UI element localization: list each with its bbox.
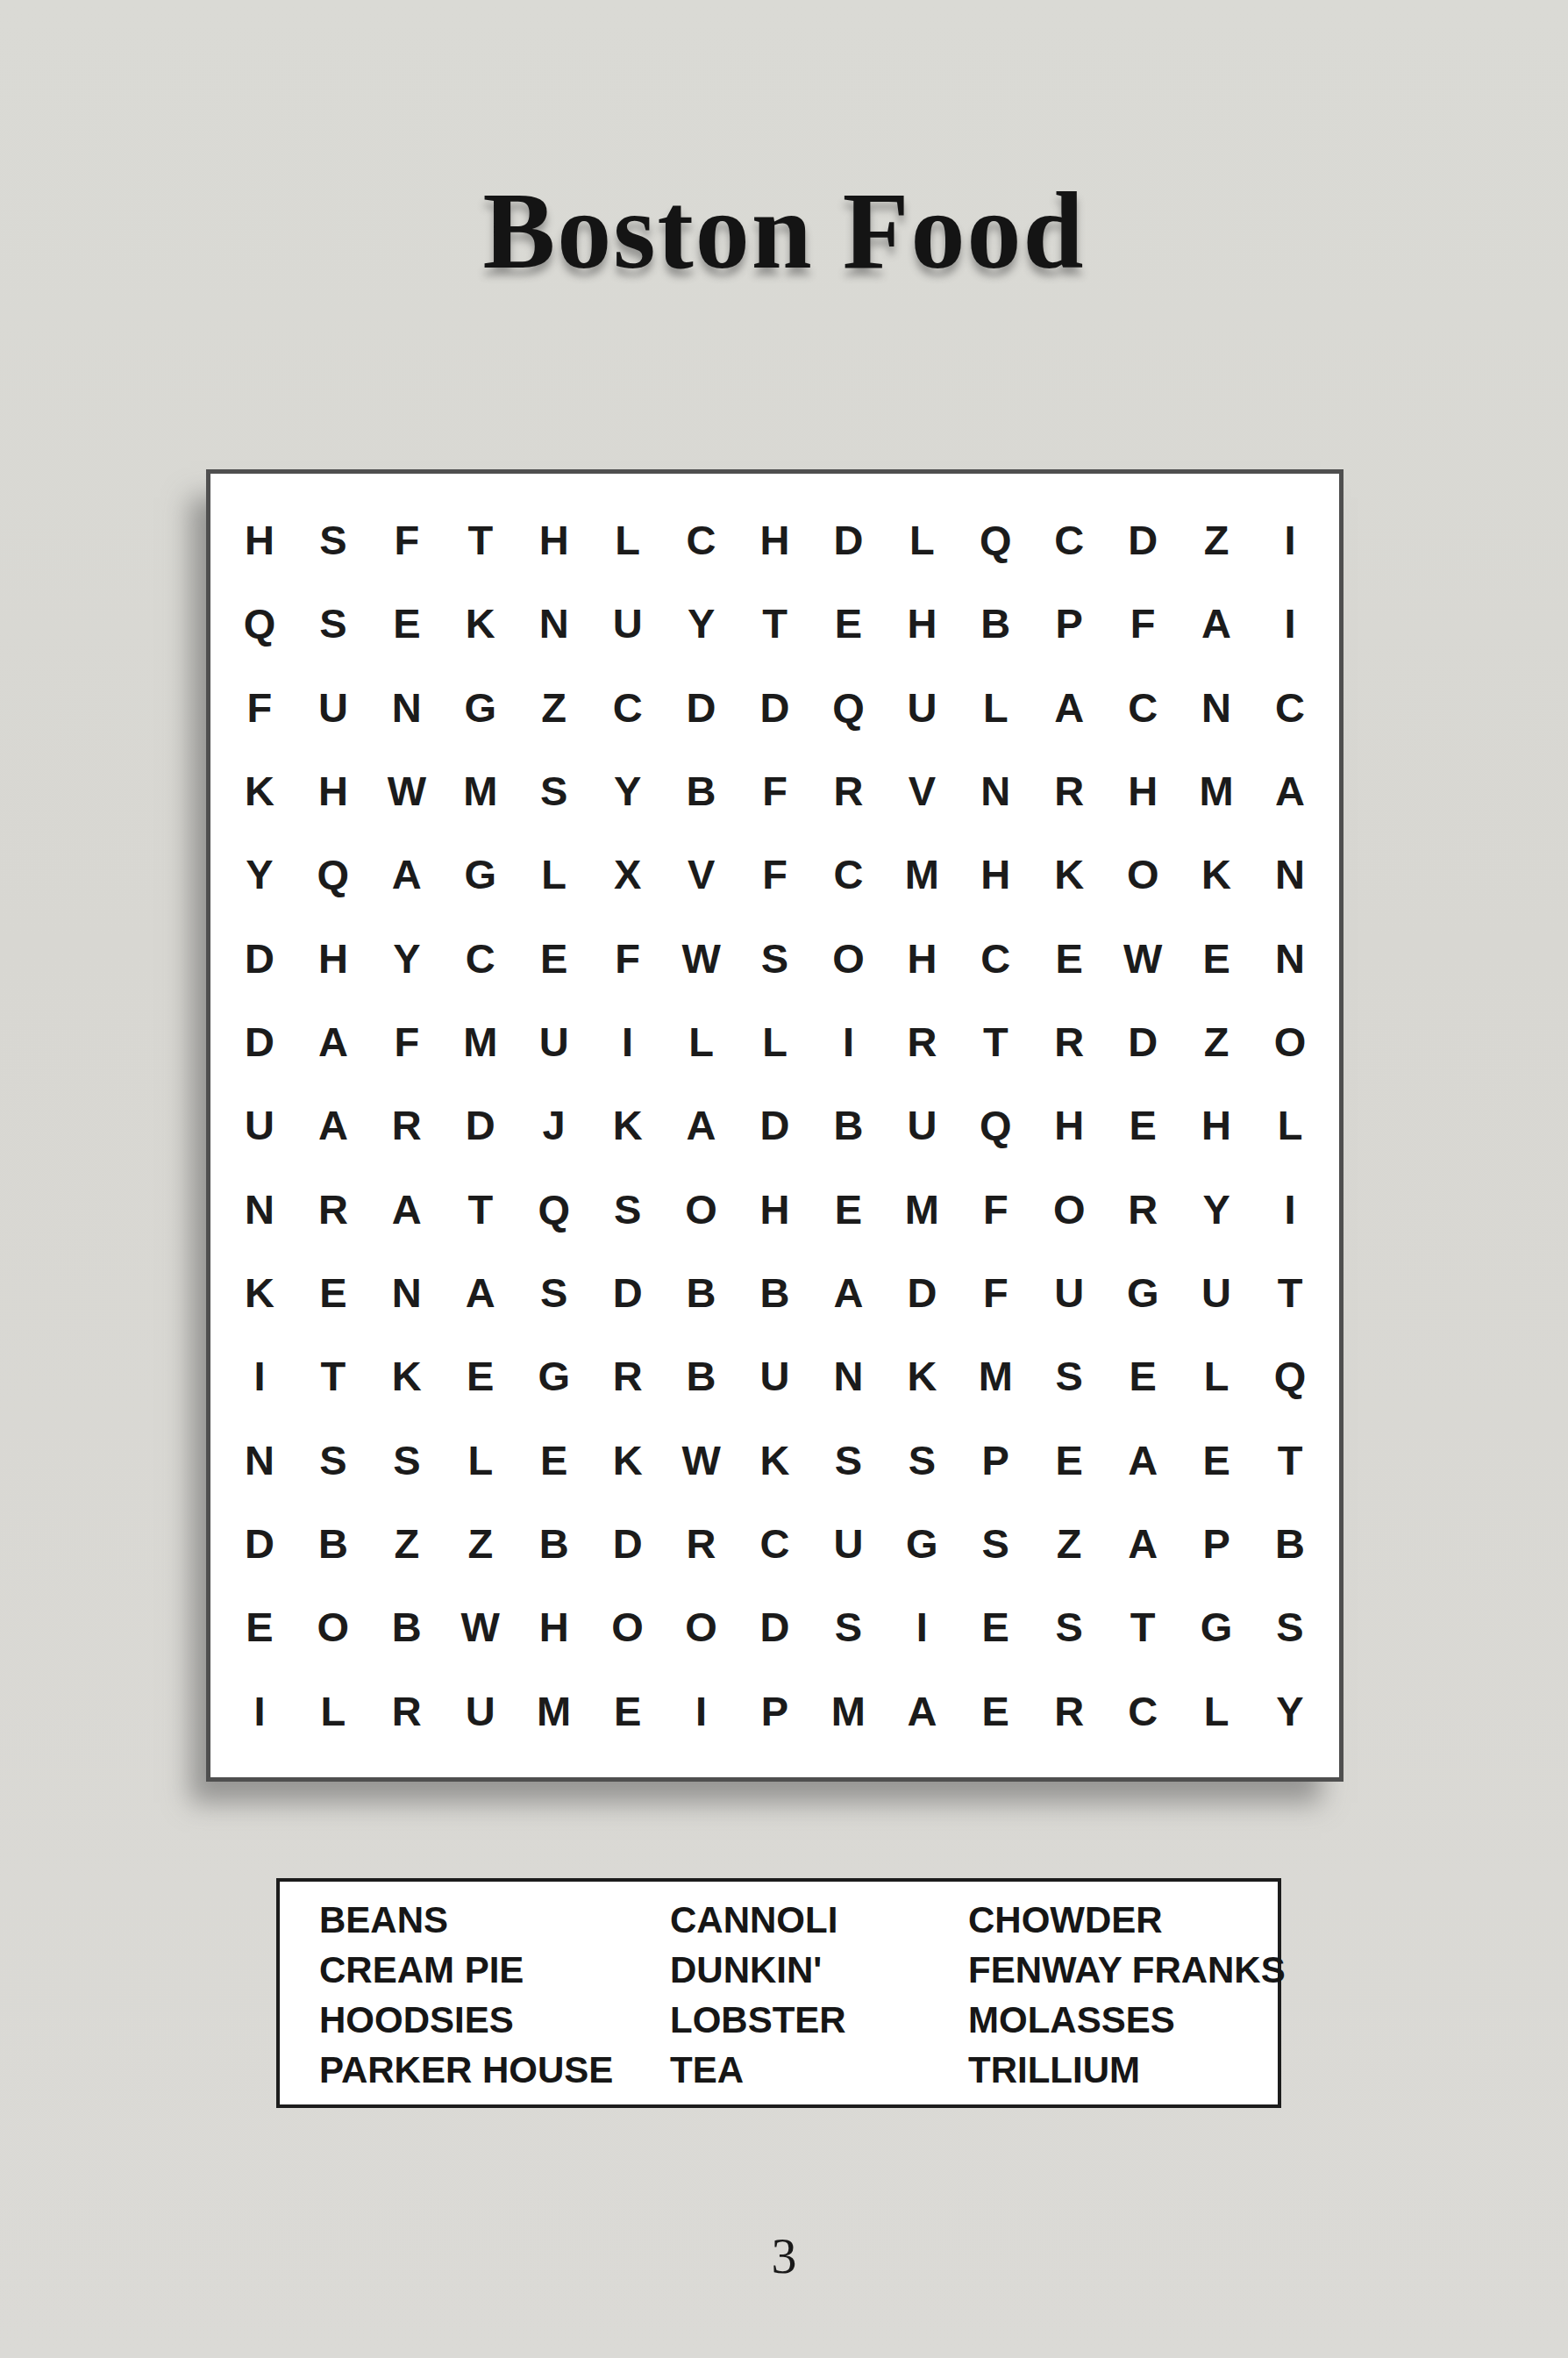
- letter-cell[interactable]: E: [1180, 917, 1253, 1000]
- letter-cell[interactable]: G: [517, 1334, 591, 1418]
- letter-cell[interactable]: U: [444, 1669, 517, 1753]
- letter-cell[interactable]: F: [223, 666, 296, 749]
- word-list-item: MOLASSES: [968, 1995, 1286, 2045]
- letter-cell[interactable]: G: [1106, 1251, 1180, 1334]
- letter-cell[interactable]: B: [296, 1502, 370, 1585]
- letter-cell[interactable]: Y: [591, 749, 665, 832]
- letter-cell[interactable]: B: [811, 1083, 885, 1167]
- letter-cell[interactable]: S: [811, 1418, 885, 1502]
- letter-cell[interactable]: B: [1253, 1502, 1327, 1585]
- letter-cell[interactable]: N: [370, 1251, 444, 1334]
- word-list-item: DUNKIN': [670, 1945, 968, 1995]
- letter-cell[interactable]: M: [444, 749, 517, 832]
- letter-cell[interactable]: N: [811, 1334, 885, 1418]
- letter-cell[interactable]: U: [885, 1083, 959, 1167]
- letter-cell[interactable]: Z: [1180, 498, 1253, 582]
- letter-cell[interactable]: L: [444, 1418, 517, 1502]
- letter-cell[interactable]: A: [665, 1083, 738, 1167]
- letter-cell[interactable]: S: [370, 1418, 444, 1502]
- letter-cell[interactable]: U: [296, 666, 370, 749]
- letter-cell[interactable]: D: [738, 666, 812, 749]
- letter-cell[interactable]: H: [885, 917, 959, 1000]
- letter-cell[interactable]: C: [738, 1502, 812, 1585]
- letter-cell[interactable]: S: [517, 749, 591, 832]
- word-list-column: BEANSCREAM PIEHOODSIESPARKER HOUSE: [319, 1895, 670, 2104]
- letter-cell[interactable]: E: [959, 1669, 1032, 1753]
- letter-cell[interactable]: G: [885, 1502, 959, 1585]
- letter-cell[interactable]: L: [665, 1000, 738, 1083]
- word-list-item: LOBSTER: [670, 1995, 968, 2045]
- letter-cell[interactable]: I: [1253, 1168, 1327, 1251]
- letter-cell[interactable]: Z: [1032, 1502, 1106, 1585]
- letter-cell[interactable]: C: [1106, 1669, 1180, 1753]
- letter-cell[interactable]: I: [811, 1000, 885, 1083]
- letter-cell[interactable]: I: [885, 1585, 959, 1668]
- letter-cell[interactable]: O: [1106, 832, 1180, 916]
- letter-cell[interactable]: U: [591, 582, 665, 665]
- letter-cell[interactable]: T: [444, 498, 517, 582]
- letter-cell[interactable]: E: [1106, 1334, 1180, 1418]
- letter-cell[interactable]: D: [738, 1083, 812, 1167]
- letter-cell[interactable]: C: [1253, 666, 1327, 749]
- letter-cell[interactable]: E: [517, 1418, 591, 1502]
- letter-cell[interactable]: Q: [223, 582, 296, 665]
- word-list-item: HOODSIES: [319, 1995, 670, 2045]
- letter-cell[interactable]: F: [959, 1251, 1032, 1334]
- letter-cell[interactable]: K: [591, 1418, 665, 1502]
- letter-cell[interactable]: D: [811, 498, 885, 582]
- letter-cell[interactable]: C: [811, 832, 885, 916]
- letter-cell[interactable]: I: [665, 1669, 738, 1753]
- letter-cell[interactable]: C: [665, 498, 738, 582]
- letter-cell[interactable]: B: [959, 582, 1032, 665]
- letter-cell[interactable]: E: [517, 917, 591, 1000]
- letter-cell[interactable]: M: [959, 1334, 1032, 1418]
- letter-cell[interactable]: O: [591, 1585, 665, 1668]
- word-list-item: TRILLIUM: [968, 2045, 1286, 2095]
- letter-cell[interactable]: A: [370, 1168, 444, 1251]
- letter-cell[interactable]: H: [885, 582, 959, 665]
- letter-cell[interactable]: C: [1106, 666, 1180, 749]
- letter-cell[interactable]: A: [885, 1669, 959, 1753]
- page-number: 3: [0, 2226, 1568, 2285]
- letter-cell[interactable]: H: [738, 498, 812, 582]
- letter-cell[interactable]: U: [1032, 1251, 1106, 1334]
- letter-cell[interactable]: D: [885, 1251, 959, 1334]
- word-list-column: CHOWDERFENWAY FRANKSMOLASSESTRILLIUM: [968, 1895, 1286, 2104]
- letter-cell[interactable]: L: [885, 498, 959, 582]
- letter-cell[interactable]: R: [1032, 1669, 1106, 1753]
- word-list-item: BEANS: [319, 1895, 670, 1945]
- letter-cell[interactable]: F: [591, 917, 665, 1000]
- letter-cell[interactable]: R: [885, 1000, 959, 1083]
- letter-cell[interactable]: A: [811, 1251, 885, 1334]
- word-grid: HSFTHLCHDLQCDZIQSEKNUYTEHBPFAIFUNGZCDDQU…: [210, 474, 1339, 1777]
- letter-cell[interactable]: M: [885, 1168, 959, 1251]
- letter-cell[interactable]: H: [1106, 749, 1180, 832]
- letter-cell[interactable]: N: [223, 1418, 296, 1502]
- letter-cell[interactable]: K: [1180, 832, 1253, 916]
- letter-cell[interactable]: R: [370, 1669, 444, 1753]
- letter-cell[interactable]: H: [1032, 1083, 1106, 1167]
- letter-cell[interactable]: L: [738, 1000, 812, 1083]
- letter-cell[interactable]: T: [738, 582, 812, 665]
- letter-cell[interactable]: L: [591, 498, 665, 582]
- letter-cell[interactable]: N: [1180, 666, 1253, 749]
- letter-cell[interactable]: K: [370, 1334, 444, 1418]
- letter-cell[interactable]: W: [370, 749, 444, 832]
- letter-cell[interactable]: P: [738, 1669, 812, 1753]
- letter-cell[interactable]: I: [1253, 498, 1327, 582]
- letter-cell[interactable]: Y: [223, 832, 296, 916]
- letter-cell[interactable]: K: [1032, 832, 1106, 916]
- letter-cell[interactable]: E: [444, 1334, 517, 1418]
- letter-cell[interactable]: V: [885, 749, 959, 832]
- letter-cell[interactable]: K: [885, 1334, 959, 1418]
- letter-cell[interactable]: Q: [517, 1168, 591, 1251]
- letter-cell[interactable]: S: [1032, 1334, 1106, 1418]
- letter-cell[interactable]: F: [370, 498, 444, 582]
- letter-cell[interactable]: D: [665, 666, 738, 749]
- letter-cell[interactable]: O: [665, 1585, 738, 1668]
- letter-cell[interactable]: C: [444, 917, 517, 1000]
- letter-cell[interactable]: S: [1032, 1585, 1106, 1668]
- letter-cell[interactable]: H: [517, 1585, 591, 1668]
- letter-cell[interactable]: M: [444, 1000, 517, 1083]
- letter-cell[interactable]: D: [444, 1083, 517, 1167]
- letter-cell[interactable]: Q: [1253, 1334, 1327, 1418]
- letter-cell[interactable]: Y: [370, 917, 444, 1000]
- letter-cell[interactable]: T: [1253, 1251, 1327, 1334]
- letter-cell[interactable]: T: [959, 1000, 1032, 1083]
- letter-cell[interactable]: E: [1106, 1083, 1180, 1167]
- letter-cell[interactable]: A: [1106, 1502, 1180, 1585]
- letter-cell[interactable]: M: [1180, 749, 1253, 832]
- letter-cell[interactable]: M: [517, 1669, 591, 1753]
- letter-cell[interactable]: C: [1032, 498, 1106, 582]
- letter-cell[interactable]: U: [811, 1502, 885, 1585]
- letter-cell[interactable]: F: [738, 749, 812, 832]
- letter-cell[interactable]: T: [1106, 1585, 1180, 1668]
- letter-cell[interactable]: A: [444, 1251, 517, 1334]
- letter-cell[interactable]: A: [1180, 582, 1253, 665]
- letter-cell[interactable]: L: [1180, 1669, 1253, 1753]
- letter-cell[interactable]: D: [1106, 1000, 1180, 1083]
- letter-cell[interactable]: W: [1106, 917, 1180, 1000]
- letter-cell[interactable]: H: [223, 498, 296, 582]
- letter-cell[interactable]: H: [296, 749, 370, 832]
- letter-cell[interactable]: Z: [370, 1502, 444, 1585]
- letter-cell[interactable]: O: [665, 1168, 738, 1251]
- letter-cell[interactable]: E: [959, 1585, 1032, 1668]
- letter-cell[interactable]: H: [517, 498, 591, 582]
- letter-cell[interactable]: I: [591, 1000, 665, 1083]
- letter-cell[interactable]: E: [591, 1669, 665, 1753]
- letter-cell[interactable]: N: [1253, 917, 1327, 1000]
- word-list-item: CHOWDER: [968, 1895, 1286, 1945]
- letter-cell[interactable]: F: [738, 832, 812, 916]
- letter-cell[interactable]: R: [665, 1502, 738, 1585]
- letter-cell[interactable]: U: [1180, 1251, 1253, 1334]
- letter-cell[interactable]: N: [517, 582, 591, 665]
- letter-cell[interactable]: O: [1253, 1000, 1327, 1083]
- letter-cell[interactable]: O: [811, 917, 885, 1000]
- letter-cell[interactable]: A: [1032, 666, 1106, 749]
- letter-cell[interactable]: R: [1032, 749, 1106, 832]
- letter-cell[interactable]: E: [811, 582, 885, 665]
- letter-cell[interactable]: S: [959, 1502, 1032, 1585]
- letter-cell[interactable]: H: [959, 832, 1032, 916]
- letter-cell[interactable]: S: [296, 1418, 370, 1502]
- letter-cell[interactable]: D: [223, 1502, 296, 1585]
- letter-cell[interactable]: E: [1032, 1418, 1106, 1502]
- puzzle-page: Boston Food HSFTHLCHDLQCDZIQSEKNUYTEHBPF…: [0, 0, 1568, 2358]
- letter-cell[interactable]: D: [223, 1000, 296, 1083]
- letter-cell[interactable]: Z: [1180, 1000, 1253, 1083]
- letter-cell[interactable]: E: [296, 1251, 370, 1334]
- letter-cell[interactable]: B: [665, 749, 738, 832]
- letter-cell[interactable]: Z: [517, 666, 591, 749]
- letter-cell[interactable]: U: [517, 1000, 591, 1083]
- letter-cell[interactable]: D: [738, 1585, 812, 1668]
- letter-cell[interactable]: A: [296, 1083, 370, 1167]
- letter-cell[interactable]: P: [1180, 1502, 1253, 1585]
- letter-cell[interactable]: U: [223, 1083, 296, 1167]
- letter-cell[interactable]: S: [591, 1168, 665, 1251]
- letter-cell[interactable]: S: [811, 1585, 885, 1668]
- letter-cell[interactable]: Y: [1253, 1669, 1327, 1753]
- letter-cell[interactable]: K: [223, 1251, 296, 1334]
- letter-cell[interactable]: L: [959, 666, 1032, 749]
- letter-cell[interactable]: E: [811, 1168, 885, 1251]
- word-grid-box: HSFTHLCHDLQCDZIQSEKNUYTEHBPFAIFUNGZCDDQU…: [206, 469, 1343, 1782]
- letter-cell[interactable]: A: [1106, 1418, 1180, 1502]
- letter-cell[interactable]: N: [959, 749, 1032, 832]
- letter-cell[interactable]: B: [738, 1251, 812, 1334]
- letter-cell[interactable]: A: [370, 832, 444, 916]
- letter-cell[interactable]: F: [959, 1168, 1032, 1251]
- letter-cell[interactable]: D: [1106, 498, 1180, 582]
- letter-cell[interactable]: L: [1180, 1334, 1253, 1418]
- letter-cell[interactable]: S: [738, 917, 812, 1000]
- letter-cell[interactable]: K: [444, 582, 517, 665]
- letter-cell[interactable]: G: [1180, 1585, 1253, 1668]
- letter-cell[interactable]: S: [296, 498, 370, 582]
- letter-cell[interactable]: B: [370, 1585, 444, 1668]
- letter-cell[interactable]: K: [738, 1418, 812, 1502]
- letter-cell[interactable]: A: [296, 1000, 370, 1083]
- letter-cell[interactable]: W: [665, 917, 738, 1000]
- letter-cell[interactable]: U: [738, 1334, 812, 1418]
- letter-cell[interactable]: O: [1032, 1168, 1106, 1251]
- letter-cell[interactable]: D: [591, 1502, 665, 1585]
- letter-cell[interactable]: P: [1032, 582, 1106, 665]
- letter-cell[interactable]: E: [370, 582, 444, 665]
- letter-cell[interactable]: B: [517, 1502, 591, 1585]
- letter-cell[interactable]: R: [1106, 1168, 1180, 1251]
- letter-cell[interactable]: S: [1253, 1585, 1327, 1668]
- letter-cell[interactable]: I: [1253, 582, 1327, 665]
- letter-cell[interactable]: F: [370, 1000, 444, 1083]
- letter-cell[interactable]: K: [591, 1083, 665, 1167]
- letter-cell[interactable]: O: [296, 1585, 370, 1668]
- word-list-item: CREAM PIE: [319, 1945, 670, 1995]
- letter-cell[interactable]: I: [223, 1334, 296, 1418]
- letter-cell[interactable]: T: [1253, 1418, 1327, 1502]
- letter-cell[interactable]: E: [223, 1585, 296, 1668]
- word-list-item: CANNOLI: [670, 1895, 968, 1945]
- letter-cell[interactable]: Y: [1180, 1168, 1253, 1251]
- letter-cell[interactable]: L: [517, 832, 591, 916]
- letter-cell[interactable]: H: [738, 1168, 812, 1251]
- letter-cell[interactable]: M: [811, 1669, 885, 1753]
- letter-cell[interactable]: Q: [296, 832, 370, 916]
- letter-cell[interactable]: N: [370, 666, 444, 749]
- letter-cell[interactable]: R: [296, 1168, 370, 1251]
- letter-cell[interactable]: G: [444, 832, 517, 916]
- letter-cell[interactable]: V: [665, 832, 738, 916]
- letter-cell[interactable]: E: [1180, 1418, 1253, 1502]
- letter-cell[interactable]: T: [444, 1168, 517, 1251]
- letter-cell[interactable]: Y: [665, 582, 738, 665]
- letter-cell[interactable]: C: [591, 666, 665, 749]
- letter-cell[interactable]: R: [1032, 1000, 1106, 1083]
- letter-cell[interactable]: F: [1106, 582, 1180, 665]
- letter-cell[interactable]: H: [296, 917, 370, 1000]
- letter-cell[interactable]: P: [959, 1418, 1032, 1502]
- letter-cell[interactable]: N: [223, 1168, 296, 1251]
- letter-cell[interactable]: Z: [444, 1502, 517, 1585]
- letter-cell[interactable]: W: [444, 1585, 517, 1668]
- letter-cell[interactable]: B: [665, 1251, 738, 1334]
- word-list-item: TEA: [670, 2045, 968, 2095]
- letter-cell[interactable]: S: [885, 1418, 959, 1502]
- letter-cell[interactable]: D: [591, 1251, 665, 1334]
- letter-cell[interactable]: Q: [959, 1083, 1032, 1167]
- letter-cell[interactable]: S: [517, 1251, 591, 1334]
- letter-cell[interactable]: Q: [959, 498, 1032, 582]
- word-list-column: CANNOLIDUNKIN'LOBSTERTEA: [670, 1895, 968, 2104]
- word-list-item: FENWAY FRANKS: [968, 1945, 1286, 1995]
- letter-cell[interactable]: U: [885, 666, 959, 749]
- letter-cell[interactable]: L: [1253, 1083, 1327, 1167]
- letter-cell[interactable]: W: [665, 1418, 738, 1502]
- letter-cell[interactable]: I: [223, 1669, 296, 1753]
- letter-cell[interactable]: B: [665, 1334, 738, 1418]
- letter-cell[interactable]: L: [296, 1669, 370, 1753]
- letter-cell[interactable]: C: [959, 917, 1032, 1000]
- letter-cell[interactable]: N: [1253, 832, 1327, 916]
- letter-cell[interactable]: D: [223, 917, 296, 1000]
- letter-cell[interactable]: J: [517, 1083, 591, 1167]
- word-list-box: BEANSCREAM PIEHOODSIESPARKER HOUSECANNOL…: [276, 1878, 1281, 2108]
- letter-cell[interactable]: Q: [811, 666, 885, 749]
- letter-cell[interactable]: A: [1253, 749, 1327, 832]
- letter-cell[interactable]: E: [1032, 917, 1106, 1000]
- letter-cell[interactable]: K: [223, 749, 296, 832]
- puzzle-title: Boston Food: [0, 172, 1568, 291]
- letter-cell[interactable]: R: [591, 1334, 665, 1418]
- letter-cell[interactable]: R: [370, 1083, 444, 1167]
- letter-cell[interactable]: G: [444, 666, 517, 749]
- letter-cell[interactable]: R: [811, 749, 885, 832]
- letter-cell[interactable]: S: [296, 582, 370, 665]
- letter-cell[interactable]: H: [1180, 1083, 1253, 1167]
- letter-cell[interactable]: M: [885, 832, 959, 916]
- word-list-item: PARKER HOUSE: [319, 2045, 670, 2095]
- letter-cell[interactable]: T: [296, 1334, 370, 1418]
- letter-cell[interactable]: X: [591, 832, 665, 916]
